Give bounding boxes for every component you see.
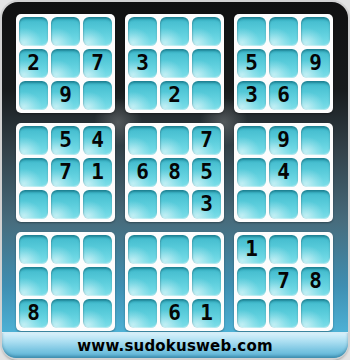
cell-r3c9[interactable] <box>301 81 330 110</box>
box-9: 178 <box>234 232 333 331</box>
cell-r4c1[interactable] <box>19 126 48 155</box>
cell-r2c5[interactable] <box>160 49 189 78</box>
cell-r3c4[interactable] <box>128 81 157 110</box>
cell-r9c1[interactable]: 8 <box>19 299 48 328</box>
cell-r8c7[interactable] <box>237 267 266 296</box>
cell-r2c4[interactable]: 3 <box>128 49 157 78</box>
cell-r9c4[interactable] <box>128 299 157 328</box>
cell-r3c3[interactable] <box>83 81 112 110</box>
cell-r8c9[interactable]: 8 <box>301 267 330 296</box>
cell-r9c3[interactable] <box>83 299 112 328</box>
sudoku-board: 279 32 5936 5471 76853 94 8 61 178 www.s… <box>2 2 348 358</box>
cell-r7c2[interactable] <box>51 235 80 264</box>
cell-r2c7[interactable]: 5 <box>237 49 266 78</box>
cell-r3c1[interactable] <box>19 81 48 110</box>
cell-r5c5[interactable]: 8 <box>160 158 189 187</box>
cell-r5c9[interactable] <box>301 158 330 187</box>
cell-r8c6[interactable] <box>192 267 221 296</box>
cell-r8c2[interactable] <box>51 267 80 296</box>
cell-r4c3[interactable]: 4 <box>83 126 112 155</box>
cell-r3c6[interactable] <box>192 81 221 110</box>
cell-r7c4[interactable] <box>128 235 157 264</box>
cell-r8c4[interactable] <box>128 267 157 296</box>
cell-r8c3[interactable] <box>83 267 112 296</box>
cell-r4c7[interactable] <box>237 126 266 155</box>
cell-r2c2[interactable] <box>51 49 80 78</box>
cell-r6c2[interactable] <box>51 190 80 219</box>
cell-r5c2[interactable]: 7 <box>51 158 80 187</box>
cell-r2c3[interactable]: 7 <box>83 49 112 78</box>
footer-band: www.sudokusweb.com <box>2 332 348 358</box>
cell-r7c7[interactable]: 1 <box>237 235 266 264</box>
cell-r9c6[interactable]: 1 <box>192 299 221 328</box>
cell-r9c5[interactable]: 6 <box>160 299 189 328</box>
cell-r5c7[interactable] <box>237 158 266 187</box>
box-4: 5471 <box>16 123 115 222</box>
cell-r5c6[interactable]: 5 <box>192 158 221 187</box>
cell-r5c8[interactable]: 4 <box>269 158 298 187</box>
site-url: www.sudokusweb.com <box>77 337 272 355</box>
box-5: 76853 <box>125 123 224 222</box>
cell-r1c7[interactable] <box>237 17 266 46</box>
cell-r6c5[interactable] <box>160 190 189 219</box>
box-1: 279 <box>16 14 115 113</box>
cell-r2c8[interactable] <box>269 49 298 78</box>
cell-r3c8[interactable]: 6 <box>269 81 298 110</box>
cell-r6c8[interactable] <box>269 190 298 219</box>
cell-r8c5[interactable] <box>160 267 189 296</box>
cell-r4c6[interactable]: 7 <box>192 126 221 155</box>
cell-r7c5[interactable] <box>160 235 189 264</box>
cell-r5c1[interactable] <box>19 158 48 187</box>
cell-r1c2[interactable] <box>51 17 80 46</box>
cell-r2c9[interactable]: 9 <box>301 49 330 78</box>
cell-r3c2[interactable]: 9 <box>51 81 80 110</box>
cell-r4c8[interactable]: 9 <box>269 126 298 155</box>
cell-r6c4[interactable] <box>128 190 157 219</box>
cell-r8c8[interactable]: 7 <box>269 267 298 296</box>
cell-r1c4[interactable] <box>128 17 157 46</box>
cell-r1c5[interactable] <box>160 17 189 46</box>
cell-r3c5[interactable]: 2 <box>160 81 189 110</box>
cell-r4c4[interactable] <box>128 126 157 155</box>
cell-r9c9[interactable] <box>301 299 330 328</box>
cell-r1c6[interactable] <box>192 17 221 46</box>
cell-r5c4[interactable]: 6 <box>128 158 157 187</box>
cell-r7c3[interactable] <box>83 235 112 264</box>
cell-r1c3[interactable] <box>83 17 112 46</box>
box-7: 8 <box>16 232 115 331</box>
cell-r1c8[interactable] <box>269 17 298 46</box>
box-6: 94 <box>234 123 333 222</box>
box-3: 5936 <box>234 14 333 113</box>
cell-r6c1[interactable] <box>19 190 48 219</box>
cell-r1c1[interactable] <box>19 17 48 46</box>
box-8: 61 <box>125 232 224 331</box>
cell-r7c8[interactable] <box>269 235 298 264</box>
cell-r5c3[interactable]: 1 <box>83 158 112 187</box>
cell-r3c7[interactable]: 3 <box>237 81 266 110</box>
cell-r7c6[interactable] <box>192 235 221 264</box>
cell-r2c6[interactable] <box>192 49 221 78</box>
cell-r7c1[interactable] <box>19 235 48 264</box>
cell-r9c7[interactable] <box>237 299 266 328</box>
cell-r9c8[interactable] <box>269 299 298 328</box>
box-2: 32 <box>125 14 224 113</box>
cell-r4c2[interactable]: 5 <box>51 126 80 155</box>
cell-r7c9[interactable] <box>301 235 330 264</box>
cell-r6c9[interactable] <box>301 190 330 219</box>
cell-r4c5[interactable] <box>160 126 189 155</box>
cell-r9c2[interactable] <box>51 299 80 328</box>
cell-r6c7[interactable] <box>237 190 266 219</box>
cell-r6c3[interactable] <box>83 190 112 219</box>
cell-r8c1[interactable] <box>19 267 48 296</box>
board-boxes: 279 32 5936 5471 76853 94 8 61 178 <box>16 14 333 331</box>
cell-r6c6[interactable]: 3 <box>192 190 221 219</box>
cell-r2c1[interactable]: 2 <box>19 49 48 78</box>
cell-r1c9[interactable] <box>301 17 330 46</box>
cell-r4c9[interactable] <box>301 126 330 155</box>
